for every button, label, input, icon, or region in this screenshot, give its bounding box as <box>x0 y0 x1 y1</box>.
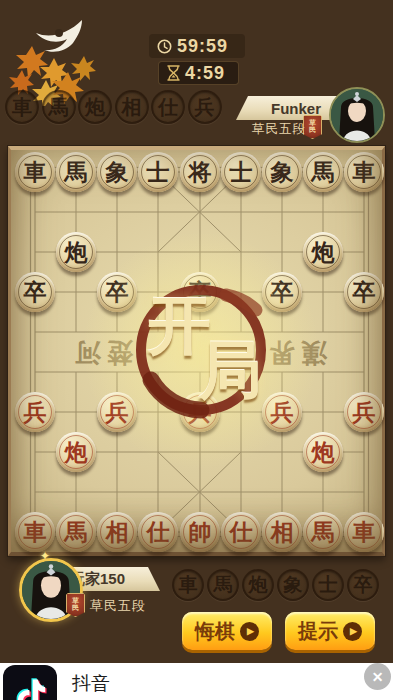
piece-red-兵[interactable]: 兵 <box>180 392 220 432</box>
piece-red-兵[interactable]: 兵 <box>97 392 137 432</box>
avatar-portrait <box>331 89 383 141</box>
piece-red-帥[interactable]: 帥 <box>180 512 220 552</box>
hint-play-icon: ▶ <box>343 622 362 641</box>
piece-black-士[interactable]: 士 <box>221 152 261 192</box>
piece-black-士[interactable]: 士 <box>138 152 178 192</box>
piece-black-将[interactable]: 将 <box>180 152 220 192</box>
tray-piece-卒: 卒 <box>347 569 379 601</box>
hint-button[interactable]: 提示 ▶ <box>285 612 375 650</box>
piece-black-車[interactable]: 車 <box>15 152 55 192</box>
undo-move-button[interactable]: 悔棋 ▶ <box>182 612 272 650</box>
piece-black-象[interactable]: 象 <box>97 152 137 192</box>
piece-black-卒[interactable]: 卒 <box>344 272 384 312</box>
tray-piece-車: 車 <box>172 569 204 601</box>
piece-black-象[interactable]: 象 <box>262 152 302 192</box>
xiangqi-game-screen: 59:59 4:59 車馬炮相仕兵 Funker 草 民 草民五段 楚河 漢界 <box>0 0 393 700</box>
clock-icon <box>157 39 172 54</box>
close-icon: ✕ <box>372 669 384 685</box>
piece-red-車[interactable]: 車 <box>15 512 55 552</box>
player-bottom-rank-badge: 草 民 <box>66 593 85 617</box>
piece-red-仕[interactable]: 仕 <box>138 512 178 552</box>
piece-black-卒[interactable]: 卒 <box>97 272 137 312</box>
player-top-avatar[interactable] <box>329 87 385 143</box>
ad-app-title: 抖音 <box>72 671 110 697</box>
tray-piece-仕: 仕 <box>151 90 185 124</box>
piece-black-車[interactable]: 車 <box>344 152 384 192</box>
xiangqi-board[interactable]: 楚河 漢界 車馬象士将士象馬車炮炮卒卒卒卒卒兵兵兵兵兵炮炮車馬相仕帥仕相馬車 开… <box>8 146 385 556</box>
ad-banner[interactable]: 抖音 ✕ <box>0 663 393 700</box>
tray-piece-車: 車 <box>5 90 39 124</box>
board-pieces: 車馬象士将士象馬車炮炮卒卒卒卒卒兵兵兵兵兵炮炮車馬相仕帥仕相馬車 <box>11 150 382 552</box>
tray-piece-象: 象 <box>277 569 309 601</box>
tray-piece-兵: 兵 <box>188 90 222 124</box>
main-timer: 59:59 <box>149 34 245 58</box>
hourglass-icon <box>167 65 180 81</box>
ad-close-button[interactable]: ✕ <box>364 663 391 690</box>
undo-play-icon: ▶ <box>240 622 259 641</box>
douyin-logo-icon[interactable] <box>3 665 57 700</box>
piece-black-馬[interactable]: 馬 <box>56 152 96 192</box>
tray-piece-士: 士 <box>312 569 344 601</box>
tray-piece-炮: 炮 <box>242 569 274 601</box>
tray-piece-馬: 馬 <box>207 569 239 601</box>
player-top-name: Funker <box>271 100 321 117</box>
piece-red-馬[interactable]: 馬 <box>303 512 343 552</box>
move-timer-value: 4:59 <box>185 63 225 84</box>
piece-red-馬[interactable]: 馬 <box>56 512 96 552</box>
tray-piece-炮: 炮 <box>78 90 112 124</box>
piece-black-卒[interactable]: 卒 <box>180 272 220 312</box>
piece-red-炮[interactable]: 炮 <box>56 432 96 472</box>
piece-red-兵[interactable]: 兵 <box>15 392 55 432</box>
move-timer: 4:59 <box>158 61 239 85</box>
piece-red-仕[interactable]: 仕 <box>221 512 261 552</box>
piece-red-炮[interactable]: 炮 <box>303 432 343 472</box>
piece-red-車[interactable]: 車 <box>344 512 384 552</box>
main-timer-value: 59:59 <box>177 36 228 57</box>
tray-piece-馬: 馬 <box>42 90 76 124</box>
piece-red-相[interactable]: 相 <box>97 512 137 552</box>
piece-black-馬[interactable]: 馬 <box>303 152 343 192</box>
piece-black-卒[interactable]: 卒 <box>15 272 55 312</box>
piece-red-相[interactable]: 相 <box>262 512 302 552</box>
piece-black-炮[interactable]: 炮 <box>303 232 343 272</box>
piece-black-卒[interactable]: 卒 <box>262 272 302 312</box>
player-bottom-rank: 草民五段 <box>90 597 146 615</box>
tray-piece-相: 相 <box>115 90 149 124</box>
avatar-sparkle: ✦ <box>40 549 50 563</box>
piece-red-兵[interactable]: 兵 <box>344 392 384 432</box>
player-top-rank: 草民五段 <box>252 121 306 138</box>
piece-black-炮[interactable]: 炮 <box>56 232 96 272</box>
piece-red-兵[interactable]: 兵 <box>262 392 302 432</box>
